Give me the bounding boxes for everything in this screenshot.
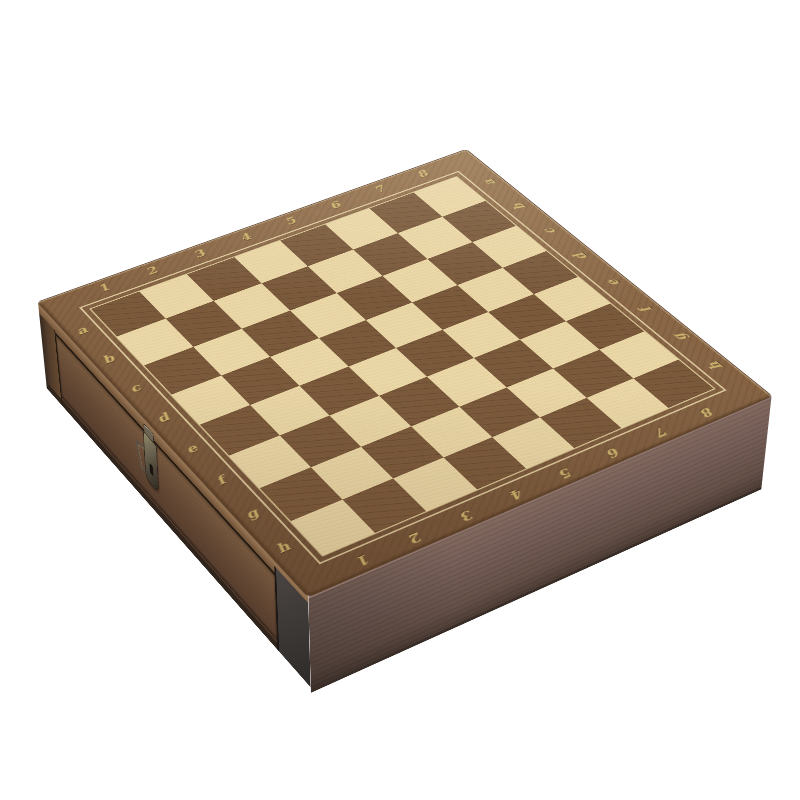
square-h4[interactable] <box>443 437 526 489</box>
square-g1[interactable] <box>259 467 342 521</box>
square-e2[interactable] <box>250 386 330 436</box>
square-g7[interactable] <box>553 349 633 397</box>
square-g2[interactable] <box>311 446 394 499</box>
square-g5[interactable] <box>459 387 540 437</box>
square-g4[interactable] <box>411 406 492 457</box>
square-f4[interactable] <box>379 377 459 426</box>
coord-label-g: g <box>652 318 710 356</box>
square-h6[interactable] <box>540 398 622 448</box>
square-h1[interactable] <box>291 499 376 555</box>
square-h5[interactable] <box>492 417 574 468</box>
square-f1[interactable] <box>229 435 311 487</box>
square-e4[interactable] <box>348 348 427 396</box>
square-g6[interactable] <box>507 368 587 417</box>
product-photo-stage: abcdefgh abcdefgh 87654321 87654321 <box>0 0 800 800</box>
latch-hasp-plate <box>143 430 159 493</box>
square-f2[interactable] <box>280 416 361 467</box>
square-c1[interactable] <box>144 347 222 395</box>
latch-slot <box>149 463 153 477</box>
coord-label-h: h <box>686 346 745 385</box>
square-e3[interactable] <box>300 367 379 416</box>
square-d2[interactable] <box>221 357 299 405</box>
square-h2[interactable] <box>343 478 427 533</box>
square-e1[interactable] <box>200 405 280 456</box>
square-f3[interactable] <box>330 396 411 446</box>
square-h8[interactable] <box>633 359 714 408</box>
square-h7[interactable] <box>587 378 668 427</box>
square-g3[interactable] <box>361 426 443 478</box>
square-f5[interactable] <box>427 358 507 406</box>
square-h3[interactable] <box>393 457 476 511</box>
square-d1[interactable] <box>171 375 250 424</box>
